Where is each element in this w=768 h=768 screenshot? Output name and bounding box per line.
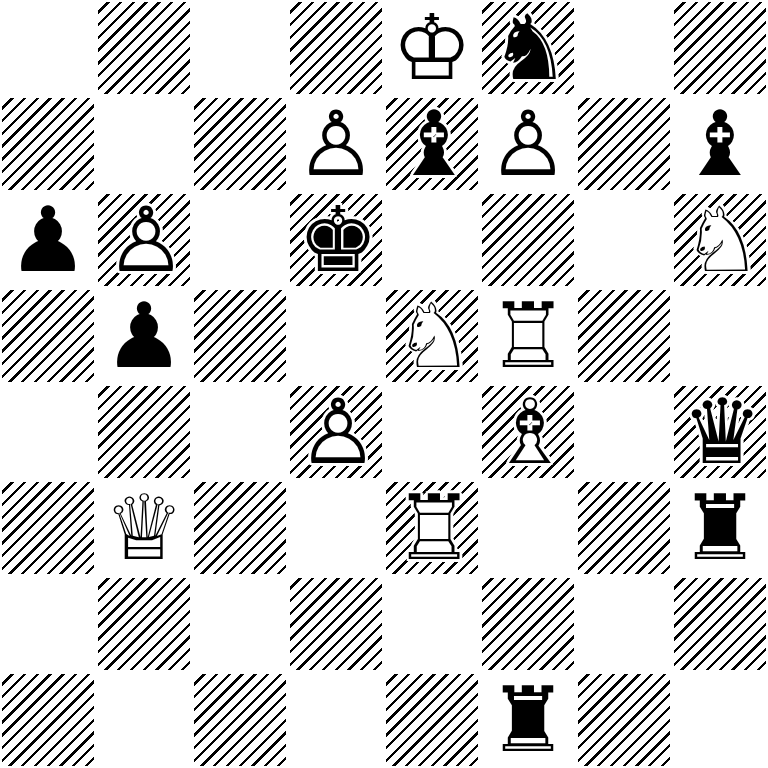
piece-glyph-stack: ♝♝ — [672, 96, 768, 192]
white-pawn-icon: ♙ — [290, 384, 386, 480]
white-pawn[interactable]: ♟♙ — [98, 194, 190, 286]
square-d5[interactable] — [288, 288, 384, 384]
square-h2[interactable] — [672, 576, 768, 672]
piece-glyph-stack: ♞♘ — [386, 288, 478, 384]
piece-glyph-stack: ♜♜ — [480, 672, 576, 768]
white-king[interactable]: ♚♔ — [384, 0, 480, 96]
piece-glyph-stack: ♛♛ — [674, 384, 766, 480]
black-knight-icon: ♞ — [482, 0, 578, 96]
black-king-icon: ♚ — [290, 192, 386, 288]
square-f7[interactable]: ♟♙ — [480, 96, 576, 192]
square-c3[interactable] — [192, 480, 288, 576]
square-b5[interactable]: ♟♟ — [96, 288, 192, 384]
square-c1[interactable] — [192, 672, 288, 768]
white-queen-icon: ♕ — [96, 480, 192, 576]
chess-board: ♚♔♞♞♟♙♝♝♟♙♝♝♟♟♟♙♚♚♞♘♟♟♞♘♜♖♟♙♝♗♛♛♛♕♜♖♜♜♜♜ — [0, 0, 768, 768]
square-e7[interactable]: ♝♝ — [384, 96, 480, 192]
white-pawn[interactable]: ♟♙ — [480, 96, 576, 192]
square-e6[interactable] — [384, 192, 480, 288]
black-rook-icon: ♜ — [480, 672, 576, 768]
white-rook-icon: ♖ — [386, 480, 482, 576]
piece-glyph-stack: ♜♖ — [480, 288, 576, 384]
square-a6[interactable]: ♟♟ — [0, 192, 96, 288]
square-e3[interactable]: ♜♖ — [384, 480, 480, 576]
square-h7[interactable]: ♝♝ — [672, 96, 768, 192]
piece-glyph-stack: ♟♙ — [480, 96, 576, 192]
square-b6[interactable]: ♟♙ — [96, 192, 192, 288]
square-g7[interactable] — [576, 96, 672, 192]
square-c2[interactable] — [192, 576, 288, 672]
square-d1[interactable] — [288, 672, 384, 768]
square-d7[interactable]: ♟♙ — [288, 96, 384, 192]
square-e4[interactable] — [384, 384, 480, 480]
white-knight-icon: ♘ — [386, 288, 482, 384]
black-queen-icon: ♛ — [674, 384, 768, 480]
white-rook-icon: ♖ — [480, 288, 576, 384]
square-a8[interactable] — [0, 0, 96, 96]
white-pawn[interactable]: ♟♙ — [288, 96, 384, 192]
square-c6[interactable] — [192, 192, 288, 288]
black-bishop-icon: ♝ — [386, 96, 482, 192]
piece-glyph-stack: ♜♜ — [672, 480, 768, 576]
square-b7[interactable] — [96, 96, 192, 192]
white-knight-icon: ♘ — [674, 192, 768, 288]
square-e8[interactable]: ♚♔ — [384, 0, 480, 96]
black-queen[interactable]: ♛♛ — [674, 386, 766, 478]
square-h3[interactable]: ♜♜ — [672, 480, 768, 576]
white-king-icon: ♔ — [384, 0, 480, 96]
black-bishop[interactable]: ♝♝ — [672, 96, 768, 192]
square-g1[interactable] — [576, 672, 672, 768]
square-b1[interactable] — [96, 672, 192, 768]
white-rook[interactable]: ♜♖ — [480, 288, 576, 384]
white-knight[interactable]: ♞♘ — [674, 194, 766, 286]
white-queen[interactable]: ♛♕ — [96, 480, 192, 576]
square-a1[interactable] — [0, 672, 96, 768]
square-c5[interactable] — [192, 288, 288, 384]
square-e5[interactable]: ♞♘ — [384, 288, 480, 384]
white-rook[interactable]: ♜♖ — [386, 482, 478, 574]
square-c8[interactable] — [192, 0, 288, 96]
black-rook[interactable]: ♜♜ — [480, 672, 576, 768]
square-b3[interactable]: ♛♕ — [96, 480, 192, 576]
square-f3[interactable] — [480, 480, 576, 576]
black-bishop[interactable]: ♝♝ — [386, 98, 478, 190]
white-bishop-icon: ♗ — [482, 384, 578, 480]
square-g4[interactable] — [576, 384, 672, 480]
square-e2[interactable] — [384, 576, 480, 672]
square-a2[interactable] — [0, 576, 96, 672]
square-b2[interactable] — [96, 576, 192, 672]
black-king[interactable]: ♚♚ — [290, 194, 382, 286]
square-f6[interactable] — [480, 192, 576, 288]
square-g8[interactable] — [576, 0, 672, 96]
square-f1[interactable]: ♜♜ — [480, 672, 576, 768]
white-pawn-icon: ♙ — [98, 192, 194, 288]
piece-glyph-stack: ♝♗ — [482, 384, 574, 480]
square-d4[interactable]: ♟♙ — [288, 384, 384, 480]
black-rook-icon: ♜ — [672, 480, 768, 576]
white-pawn-icon: ♙ — [288, 96, 384, 192]
white-pawn[interactable]: ♟♙ — [290, 386, 382, 478]
black-pawn[interactable]: ♟♟ — [96, 288, 192, 384]
square-h8[interactable] — [672, 0, 768, 96]
black-bishop-icon: ♝ — [672, 96, 768, 192]
piece-glyph-stack: ♟♟ — [96, 288, 192, 384]
piece-glyph-stack: ♛♕ — [96, 480, 192, 576]
square-g5[interactable] — [576, 288, 672, 384]
piece-glyph-stack: ♟♙ — [98, 192, 190, 288]
square-h1[interactable] — [672, 672, 768, 768]
square-c7[interactable] — [192, 96, 288, 192]
square-g2[interactable] — [576, 576, 672, 672]
black-pawn[interactable]: ♟♟ — [0, 192, 96, 288]
square-c4[interactable] — [192, 384, 288, 480]
square-g3[interactable] — [576, 480, 672, 576]
piece-glyph-stack: ♝♝ — [386, 96, 478, 192]
square-d8[interactable] — [288, 0, 384, 96]
black-rook[interactable]: ♜♜ — [672, 480, 768, 576]
piece-glyph-stack: ♟♙ — [290, 384, 382, 480]
square-e1[interactable] — [384, 672, 480, 768]
white-bishop[interactable]: ♝♗ — [482, 386, 574, 478]
piece-glyph-stack: ♚♔ — [384, 0, 480, 96]
square-b4[interactable] — [96, 384, 192, 480]
piece-glyph-stack: ♞♞ — [482, 0, 574, 96]
square-b8[interactable] — [96, 0, 192, 96]
square-f4[interactable]: ♝♗ — [480, 384, 576, 480]
white-pawn-icon: ♙ — [480, 96, 576, 192]
square-g6[interactable] — [576, 192, 672, 288]
square-f2[interactable] — [480, 576, 576, 672]
piece-glyph-stack: ♞♘ — [674, 192, 766, 288]
square-d3[interactable] — [288, 480, 384, 576]
square-f8[interactable]: ♞♞ — [480, 0, 576, 96]
black-knight[interactable]: ♞♞ — [482, 2, 574, 94]
square-d2[interactable] — [288, 576, 384, 672]
square-a4[interactable] — [0, 384, 96, 480]
square-a7[interactable] — [0, 96, 96, 192]
white-knight[interactable]: ♞♘ — [386, 290, 478, 382]
square-d6[interactable]: ♚♚ — [288, 192, 384, 288]
piece-glyph-stack: ♟♙ — [288, 96, 384, 192]
piece-glyph-stack: ♜♖ — [386, 480, 478, 576]
square-h5[interactable] — [672, 288, 768, 384]
black-pawn-icon: ♟ — [0, 192, 96, 288]
square-h4[interactable]: ♛♛ — [672, 384, 768, 480]
square-a5[interactable] — [0, 288, 96, 384]
square-f5[interactable]: ♜♖ — [480, 288, 576, 384]
square-a3[interactable] — [0, 480, 96, 576]
piece-glyph-stack: ♚♚ — [290, 192, 382, 288]
piece-glyph-stack: ♟♟ — [0, 192, 96, 288]
black-pawn-icon: ♟ — [96, 288, 192, 384]
square-h6[interactable]: ♞♘ — [672, 192, 768, 288]
